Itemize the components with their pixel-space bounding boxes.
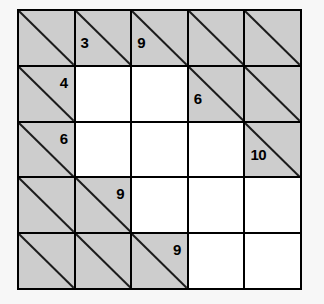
cell-r3c4[interactable] bbox=[189, 123, 244, 177]
cell-r1c4 bbox=[189, 11, 244, 65]
cell-r1c5 bbox=[245, 11, 300, 65]
diagonal-line bbox=[19, 234, 74, 288]
cell-r3c5: 10 bbox=[245, 123, 300, 177]
kakuro-board: 394661099 bbox=[17, 9, 302, 290]
diagonal-line bbox=[245, 67, 300, 121]
cell-r2c4: 6 bbox=[189, 67, 244, 121]
cell-r3c3[interactable] bbox=[132, 123, 187, 177]
cell-r4c1 bbox=[19, 178, 74, 232]
cell-r2c5 bbox=[245, 67, 300, 121]
down-clue: 9 bbox=[137, 35, 145, 50]
cell-r5c4[interactable] bbox=[189, 234, 244, 288]
kakuro-puzzle-screenshot: 394661099 bbox=[0, 0, 324, 304]
down-clue: 10 bbox=[250, 147, 266, 162]
cell-r1c1 bbox=[19, 11, 74, 65]
across-clue: 6 bbox=[60, 131, 68, 146]
down-clue: 3 bbox=[81, 35, 89, 50]
diagonal-line bbox=[76, 234, 131, 288]
cell-r2c3[interactable] bbox=[132, 67, 187, 121]
down-clue: 6 bbox=[194, 91, 202, 106]
cell-r4c2: 9 bbox=[76, 178, 131, 232]
diagonal-line bbox=[189, 11, 244, 65]
cell-r2c2[interactable] bbox=[76, 67, 131, 121]
diagonal-line bbox=[19, 178, 74, 232]
cell-r5c3: 9 bbox=[132, 234, 187, 288]
cell-r1c3: 9 bbox=[132, 11, 187, 65]
cell-r5c2 bbox=[76, 234, 131, 288]
cell-r4c5[interactable] bbox=[245, 178, 300, 232]
cell-r4c4[interactable] bbox=[189, 178, 244, 232]
cell-r3c2[interactable] bbox=[76, 123, 131, 177]
diagonal-line bbox=[245, 11, 300, 65]
cell-r3c1: 6 bbox=[19, 123, 74, 177]
cell-r1c2: 3 bbox=[76, 11, 131, 65]
across-clue: 4 bbox=[60, 75, 68, 90]
cell-r5c5[interactable] bbox=[245, 234, 300, 288]
cell-r4c3[interactable] bbox=[132, 178, 187, 232]
across-clue: 9 bbox=[173, 242, 181, 257]
cell-r2c1: 4 bbox=[19, 67, 74, 121]
cell-r5c1 bbox=[19, 234, 74, 288]
diagonal-line bbox=[19, 11, 74, 65]
across-clue: 9 bbox=[116, 186, 124, 201]
